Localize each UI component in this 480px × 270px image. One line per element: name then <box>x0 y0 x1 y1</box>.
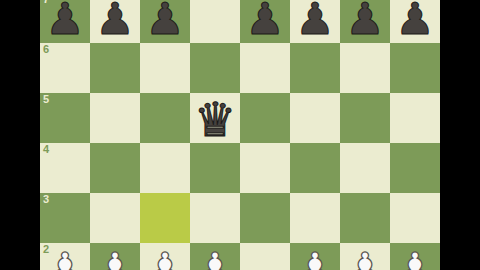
white-pawn[interactable]: ♟ <box>345 247 384 270</box>
square-b5[interactable] <box>90 93 140 143</box>
square-b3[interactable] <box>90 193 140 243</box>
white-pawn[interactable]: ♟ <box>195 247 234 270</box>
square-d4[interactable] <box>190 143 240 193</box>
square-d6[interactable] <box>190 43 240 93</box>
square-d2[interactable]: ♟ <box>190 243 240 270</box>
white-pawn[interactable]: ♟ <box>395 247 434 270</box>
square-c7[interactable]: ♟ <box>140 0 190 43</box>
square-g4[interactable] <box>340 143 390 193</box>
chess-board: 7♟♟♟♟♟♟♟65♛432♟♟♟♟♟♟♟ <box>40 0 440 270</box>
square-h7[interactable]: ♟ <box>390 0 440 43</box>
square-g7[interactable]: ♟ <box>340 0 390 43</box>
square-c4[interactable] <box>140 143 190 193</box>
square-e7[interactable]: ♟ <box>240 0 290 43</box>
black-queen[interactable]: ♛ <box>194 96 236 143</box>
square-e4[interactable] <box>240 143 290 193</box>
square-h2[interactable]: ♟ <box>390 243 440 270</box>
square-d5[interactable]: ♛ <box>190 93 240 143</box>
square-h5[interactable] <box>390 93 440 143</box>
black-pawn[interactable]: ♟ <box>95 0 134 41</box>
rank-label-5: 5 <box>43 94 49 105</box>
square-a6[interactable]: 6 <box>40 43 90 93</box>
square-h3[interactable] <box>390 193 440 243</box>
square-g3[interactable] <box>340 193 390 243</box>
square-a2[interactable]: 2♟ <box>40 243 90 270</box>
white-pawn[interactable]: ♟ <box>295 247 334 270</box>
square-d7[interactable] <box>190 0 240 43</box>
black-pawn[interactable]: ♟ <box>295 0 334 41</box>
square-b7[interactable]: ♟ <box>90 0 140 43</box>
black-pawn[interactable]: ♟ <box>395 0 434 41</box>
square-h4[interactable] <box>390 143 440 193</box>
black-pawn[interactable]: ♟ <box>45 0 84 41</box>
square-f3[interactable] <box>290 193 340 243</box>
rank-label-6: 6 <box>43 44 49 55</box>
square-g6[interactable] <box>340 43 390 93</box>
square-b6[interactable] <box>90 43 140 93</box>
square-f4[interactable] <box>290 143 340 193</box>
square-b2[interactable]: ♟ <box>90 243 140 270</box>
app-viewport: 7♟♟♟♟♟♟♟65♛432♟♟♟♟♟♟♟ <box>0 0 480 270</box>
square-g2[interactable]: ♟ <box>340 243 390 270</box>
square-a4[interactable]: 4 <box>40 143 90 193</box>
black-pawn[interactable]: ♟ <box>345 0 384 41</box>
square-c3[interactable] <box>140 193 190 243</box>
square-e3[interactable] <box>240 193 290 243</box>
letterbox-right <box>440 0 480 270</box>
square-f2[interactable]: ♟ <box>290 243 340 270</box>
square-h6[interactable] <box>390 43 440 93</box>
square-a5[interactable]: 5 <box>40 93 90 143</box>
square-d3[interactable] <box>190 193 240 243</box>
square-e2[interactable] <box>240 243 290 270</box>
square-a3[interactable]: 3 <box>40 193 90 243</box>
white-pawn[interactable]: ♟ <box>145 247 184 270</box>
square-f5[interactable] <box>290 93 340 143</box>
square-e6[interactable] <box>240 43 290 93</box>
square-g5[interactable] <box>340 93 390 143</box>
rank-label-4: 4 <box>43 144 49 155</box>
square-f7[interactable]: ♟ <box>290 0 340 43</box>
white-pawn[interactable]: ♟ <box>45 247 84 270</box>
white-pawn[interactable]: ♟ <box>95 247 134 270</box>
square-c2[interactable]: ♟ <box>140 243 190 270</box>
black-pawn[interactable]: ♟ <box>145 0 184 41</box>
square-c5[interactable] <box>140 93 190 143</box>
square-f6[interactable] <box>290 43 340 93</box>
black-pawn[interactable]: ♟ <box>245 0 284 41</box>
square-e5[interactable] <box>240 93 290 143</box>
square-a7[interactable]: 7♟ <box>40 0 90 43</box>
square-b4[interactable] <box>90 143 140 193</box>
rank-label-3: 3 <box>43 194 49 205</box>
letterbox-left <box>0 0 40 270</box>
square-c6[interactable] <box>140 43 190 93</box>
